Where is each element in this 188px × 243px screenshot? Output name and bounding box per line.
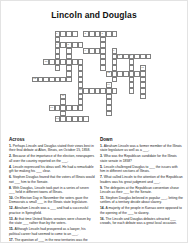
clue-item: 1. Abraham Lincoln was a former member o… [100, 144, 184, 153]
down-section: Down 1. Abraham Lincoln was a former mem… [100, 137, 184, 227]
cell-number: 7 [113, 49, 114, 52]
cell-number: 11 [141, 66, 143, 69]
clue-item: 6. Stephen Douglas feared that the voter… [9, 175, 95, 184]
clue-item: 8. With Douglas, Lincoln took part in a … [9, 186, 95, 195]
clue-item: 5. Lincoln challenged Douglas to ___ the… [100, 165, 184, 174]
cell-number: 12 [107, 71, 110, 74]
clue-item: 10. On Election Day in November the vote… [9, 196, 95, 205]
cell-number: 9 [130, 54, 131, 57]
cell-number: 3 [102, 32, 103, 35]
cell-number: 14 [107, 83, 110, 86]
cell-number: 5 [67, 43, 68, 46]
clue-item: 17. The question of ___ in the new terri… [9, 238, 95, 243]
cell-number: 6 [84, 49, 85, 52]
clue-item: 14. A majority of the people in Kansas w… [100, 206, 184, 215]
grid-cell [78, 105, 84, 111]
grid-cell [112, 88, 118, 94]
grid-cell [106, 111, 112, 117]
clue-item: 1. Perhaps Lincoln and Douglas stated th… [9, 144, 95, 153]
clue-item: 3. Who was the Republican candidate for … [100, 154, 184, 163]
page-title: Lincoln and Douglas [1, 10, 187, 20]
grid-cell [55, 65, 61, 71]
grid-cell [140, 94, 146, 100]
grid-cell [112, 77, 118, 83]
clue-item: 7. What called Lincoln to the attention … [100, 175, 184, 184]
across-clue-list: 1. Perhaps Lincoln and Douglas stated th… [9, 144, 95, 243]
cell-number: 16 [62, 94, 65, 97]
cell-number: 4 [56, 43, 57, 46]
clue-item: 11. Stephen Douglas believed in popular … [100, 196, 184, 205]
clue-item: 4. Lincoln expressed his ideas well. He … [9, 165, 95, 174]
clue-item: 12. Abraham Lincoln was a ___ and had a … [9, 206, 95, 215]
grid-cell [72, 31, 78, 37]
clue-item: 2. Because of the importance of the elec… [9, 154, 95, 163]
cell-number: 8 [119, 54, 120, 57]
clue-item: 13. At that time United States senators … [9, 217, 95, 226]
down-clue-list: 1. Abraham Lincoln was a former member o… [100, 144, 184, 226]
clue-item: 9. The delegates at the Republican conve… [100, 186, 184, 195]
grid-cell [66, 77, 72, 83]
cell-number: 18 [56, 117, 59, 120]
across-header: Across [9, 137, 95, 142]
down-header: Down [100, 137, 184, 142]
crossword-grid: 123456789101112131415161718 [32, 31, 163, 122]
crossword-page: Lincoln and Douglas 12345678910111213141… [0, 0, 188, 243]
cell-number: 15 [79, 88, 82, 91]
cell-number: 13 [33, 77, 36, 80]
cell-number: 2 [84, 32, 85, 35]
cell-number: 17 [50, 106, 53, 109]
clue-item: 16. The Lincoln and Douglas debates attr… [100, 217, 184, 226]
across-section: Across 1. Perhaps Lincoln and Douglas st… [9, 137, 95, 243]
grid-cell [129, 88, 135, 94]
grid-cell [83, 116, 89, 122]
cell-number: 10 [45, 60, 48, 63]
clue-item: 15. Although Lincoln had prospered as a … [9, 227, 95, 236]
grid-cell [146, 54, 152, 60]
cell-number: 1 [56, 32, 57, 35]
grid-cell [112, 31, 118, 37]
